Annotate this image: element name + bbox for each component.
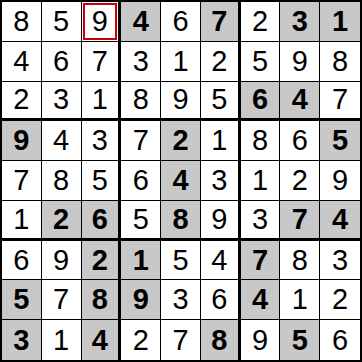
- cell-r5c9[interactable]: 9: [320, 161, 360, 201]
- cell-r6c5[interactable]: 8: [161, 201, 201, 241]
- cell-r5c1[interactable]: 7: [2, 161, 42, 201]
- cell-r1c7[interactable]: 2: [241, 2, 281, 42]
- cell-r9c3[interactable]: 4: [82, 320, 122, 360]
- cell-r7c2[interactable]: 9: [42, 241, 82, 281]
- cell-r1c1[interactable]: 8: [2, 2, 42, 42]
- cell-r9c8[interactable]: 5: [280, 320, 320, 360]
- cell-r8c9[interactable]: 2: [320, 280, 360, 320]
- cell-r3c3[interactable]: 1: [82, 82, 122, 122]
- cell-r4c5[interactable]: 2: [161, 121, 201, 161]
- cell-r3c2[interactable]: 3: [42, 82, 82, 122]
- cell-r1c9[interactable]: 1: [320, 2, 360, 42]
- cell-r1c6[interactable]: 7: [201, 2, 241, 42]
- cell-r7c3[interactable]: 2: [82, 241, 122, 281]
- cell-r9c4[interactable]: 2: [121, 320, 161, 360]
- cell-r4c8[interactable]: 6: [280, 121, 320, 161]
- cell-r4c1[interactable]: 9: [2, 121, 42, 161]
- cell-r8c5[interactable]: 3: [161, 280, 201, 320]
- cell-r8c4[interactable]: 9: [121, 280, 161, 320]
- cell-r3c4[interactable]: 8: [121, 82, 161, 122]
- cell-r2c7[interactable]: 5: [241, 42, 281, 82]
- cell-r9c2[interactable]: 1: [42, 320, 82, 360]
- cell-r9c5[interactable]: 7: [161, 320, 201, 360]
- cell-r6c2[interactable]: 2: [42, 201, 82, 241]
- cell-r5c4[interactable]: 6: [121, 161, 161, 201]
- cell-r6c1[interactable]: 1: [2, 201, 42, 241]
- cell-r5c7[interactable]: 1: [241, 161, 281, 201]
- cell-r6c8[interactable]: 7: [280, 201, 320, 241]
- cell-r1c8[interactable]: 3: [280, 2, 320, 42]
- cell-r2c9[interactable]: 8: [320, 42, 360, 82]
- cell-r7c5[interactable]: 5: [161, 241, 201, 281]
- cell-r7c7[interactable]: 7: [241, 241, 281, 281]
- cell-r1c3[interactable]: 9: [82, 2, 122, 42]
- cell-r8c3[interactable]: 8: [82, 280, 122, 320]
- cell-r8c7[interactable]: 4: [241, 280, 281, 320]
- cell-r3c7[interactable]: 6: [241, 82, 281, 122]
- cell-r2c8[interactable]: 9: [280, 42, 320, 82]
- cell-r3c6[interactable]: 5: [201, 82, 241, 122]
- cell-r6c3[interactable]: 6: [82, 201, 122, 241]
- cell-r2c4[interactable]: 3: [121, 42, 161, 82]
- cell-r9c7[interactable]: 9: [241, 320, 281, 360]
- sudoku-board: 8594672314673125982318956479437218657856…: [0, 0, 362, 362]
- cell-r8c6[interactable]: 6: [201, 280, 241, 320]
- cell-r2c2[interactable]: 6: [42, 42, 82, 82]
- cell-r4c7[interactable]: 8: [241, 121, 281, 161]
- cell-r4c2[interactable]: 4: [42, 121, 82, 161]
- cell-r7c6[interactable]: 4: [201, 241, 241, 281]
- cell-r7c4[interactable]: 1: [121, 241, 161, 281]
- cell-r4c3[interactable]: 3: [82, 121, 122, 161]
- cell-r8c8[interactable]: 1: [280, 280, 320, 320]
- cell-r7c9[interactable]: 3: [320, 241, 360, 281]
- cell-r8c1[interactable]: 5: [2, 280, 42, 320]
- cell-r3c8[interactable]: 4: [280, 82, 320, 122]
- cell-r2c6[interactable]: 2: [201, 42, 241, 82]
- cell-r1c5[interactable]: 6: [161, 2, 201, 42]
- cell-r1c4[interactable]: 4: [121, 2, 161, 42]
- cell-r5c3[interactable]: 5: [82, 161, 122, 201]
- cell-r6c9[interactable]: 4: [320, 201, 360, 241]
- cell-r5c6[interactable]: 3: [201, 161, 241, 201]
- cell-r5c5[interactable]: 4: [161, 161, 201, 201]
- cell-r3c1[interactable]: 2: [2, 82, 42, 122]
- cell-r4c6[interactable]: 1: [201, 121, 241, 161]
- cell-r3c9[interactable]: 7: [320, 82, 360, 122]
- cell-r1c2[interactable]: 5: [42, 2, 82, 42]
- cell-r2c1[interactable]: 4: [2, 42, 42, 82]
- cell-r7c1[interactable]: 6: [2, 241, 42, 281]
- cell-r9c1[interactable]: 3: [2, 320, 42, 360]
- cell-r5c2[interactable]: 8: [42, 161, 82, 201]
- cell-r9c9[interactable]: 6: [320, 320, 360, 360]
- cell-r6c4[interactable]: 5: [121, 201, 161, 241]
- cell-r4c4[interactable]: 7: [121, 121, 161, 161]
- cell-r2c3[interactable]: 7: [82, 42, 122, 82]
- cell-r7c8[interactable]: 8: [280, 241, 320, 281]
- cell-r2c5[interactable]: 1: [161, 42, 201, 82]
- cell-r6c6[interactable]: 9: [201, 201, 241, 241]
- cell-r9c6[interactable]: 8: [201, 320, 241, 360]
- cell-r5c8[interactable]: 2: [280, 161, 320, 201]
- cell-r6c7[interactable]: 3: [241, 201, 281, 241]
- cell-r4c9[interactable]: 5: [320, 121, 360, 161]
- cell-r3c5[interactable]: 9: [161, 82, 201, 122]
- cell-r8c2[interactable]: 7: [42, 280, 82, 320]
